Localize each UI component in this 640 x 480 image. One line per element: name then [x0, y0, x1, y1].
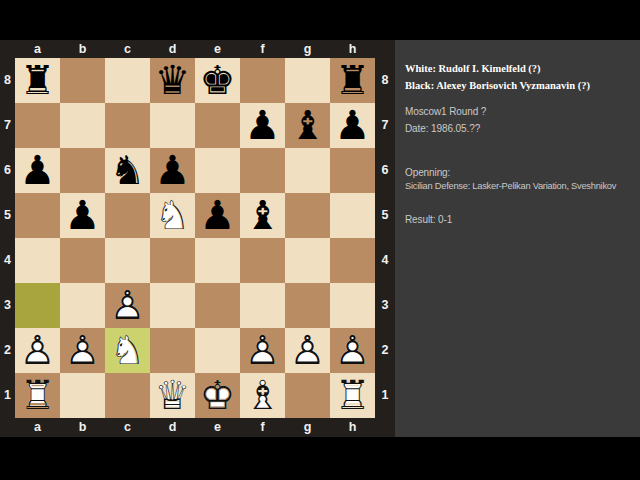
square-b4[interactable]: [60, 238, 105, 283]
file-labels-top: abcdefgh: [15, 40, 375, 58]
piece-black-pawn[interactable]: ♟: [195, 193, 240, 238]
file-label-b: b: [60, 40, 105, 58]
piece-black-rook[interactable]: ♜: [330, 58, 375, 103]
square-f7[interactable]: ♟: [240, 103, 285, 148]
square-e5[interactable]: ♟: [195, 193, 240, 238]
event-line: Moscow1 Round ?: [405, 106, 636, 117]
square-e4[interactable]: [195, 238, 240, 283]
rank-label-7: 7: [375, 103, 395, 148]
square-f1[interactable]: ♝♗: [240, 373, 285, 418]
square-a7[interactable]: [15, 103, 60, 148]
rank-label-3: 3: [375, 283, 395, 328]
square-d8[interactable]: ♛: [150, 58, 195, 103]
square-e6[interactable]: [195, 148, 240, 193]
square-c1[interactable]: [105, 373, 150, 418]
square-a6[interactable]: ♟: [15, 148, 60, 193]
square-h2[interactable]: ♟♙: [330, 328, 375, 373]
square-e2[interactable]: [195, 328, 240, 373]
square-a5[interactable]: [15, 193, 60, 238]
file-label-d: d: [150, 40, 195, 58]
file-label-a: a: [15, 418, 60, 437]
chess-board[interactable]: ♜♛♚♜♟♝♟♟♞♟♟♞♘♟♝♟♙♟♙♟♙♞♘♟♙♟♙♟♙♜♖♛♕♚♔♝♗♜♖: [15, 58, 375, 418]
letterbox-bottom: [0, 437, 640, 480]
square-a1[interactable]: ♜♖: [15, 373, 60, 418]
square-b8[interactable]: [60, 58, 105, 103]
rank-label-1: 1: [0, 373, 15, 418]
piece-black-pawn[interactable]: ♟: [150, 148, 195, 193]
piece-black-bishop[interactable]: ♝: [240, 193, 285, 238]
file-label-a: a: [15, 40, 60, 58]
square-e1[interactable]: ♚♔: [195, 373, 240, 418]
square-f5[interactable]: ♝: [240, 193, 285, 238]
rank-label-8: 8: [375, 58, 395, 103]
piece-white-pawn[interactable]: ♟♙: [105, 283, 150, 328]
square-d4[interactable]: [150, 238, 195, 283]
file-label-h: h: [330, 40, 375, 58]
rank-labels-right: 87654321: [375, 58, 395, 418]
square-g7[interactable]: ♝: [285, 103, 330, 148]
rank-label-3: 3: [0, 283, 15, 328]
square-f6[interactable]: [240, 148, 285, 193]
square-c3[interactable]: ♟♙: [105, 283, 150, 328]
opening-name: Sicilian Defense: Lasker-Pelikan Variati…: [405, 181, 636, 191]
opening-label: Openning:: [405, 167, 636, 178]
file-labels-bottom: abcdefgh: [15, 418, 375, 437]
rank-label-1: 1: [375, 373, 395, 418]
square-h4[interactable]: [330, 238, 375, 283]
game-info-panel: White: Rudolf I. Kimelfeld (?) Black: Al…: [395, 40, 640, 437]
rank-label-2: 2: [375, 328, 395, 373]
square-a2[interactable]: ♟♙: [15, 328, 60, 373]
piece-white-rook[interactable]: ♜♖: [330, 373, 375, 418]
rank-label-4: 4: [0, 238, 15, 283]
piece-black-pawn[interactable]: ♟: [15, 148, 60, 193]
square-b3[interactable]: [60, 283, 105, 328]
chess-board-frame: abcdefgh abcdefgh 87654321 87654321 ♜♛♚♜…: [0, 40, 395, 437]
square-f4[interactable]: [240, 238, 285, 283]
square-c5[interactable]: [105, 193, 150, 238]
main-content: abcdefgh abcdefgh 87654321 87654321 ♜♛♚♜…: [0, 40, 640, 437]
square-f8[interactable]: [240, 58, 285, 103]
rank-label-4: 4: [375, 238, 395, 283]
file-label-f: f: [240, 40, 285, 58]
rank-label-6: 6: [375, 148, 395, 193]
piece-black-rook[interactable]: ♜: [15, 58, 60, 103]
piece-white-pawn[interactable]: ♟♙: [240, 328, 285, 373]
piece-white-pawn[interactable]: ♟♙: [330, 328, 375, 373]
piece-white-pawn[interactable]: ♟♙: [285, 328, 330, 373]
square-c2[interactable]: ♞♘: [105, 328, 150, 373]
square-b6[interactable]: [60, 148, 105, 193]
piece-white-pawn[interactable]: ♟♙: [60, 328, 105, 373]
piece-white-queen[interactable]: ♛♕: [150, 373, 195, 418]
square-h5[interactable]: [330, 193, 375, 238]
square-f3[interactable]: [240, 283, 285, 328]
square-b7[interactable]: [60, 103, 105, 148]
file-label-g: g: [285, 418, 330, 437]
file-label-c: c: [105, 418, 150, 437]
square-e3[interactable]: [195, 283, 240, 328]
square-b1[interactable]: [60, 373, 105, 418]
square-b5[interactable]: ♟: [60, 193, 105, 238]
square-c8[interactable]: [105, 58, 150, 103]
square-d3[interactable]: [150, 283, 195, 328]
square-h6[interactable]: [330, 148, 375, 193]
square-h7[interactable]: ♟: [330, 103, 375, 148]
square-f2[interactable]: ♟♙: [240, 328, 285, 373]
square-a8[interactable]: ♜: [15, 58, 60, 103]
square-h1[interactable]: ♜♖: [330, 373, 375, 418]
square-h8[interactable]: ♜: [330, 58, 375, 103]
piece-black-pawn[interactable]: ♟: [330, 103, 375, 148]
square-g2[interactable]: ♟♙: [285, 328, 330, 373]
piece-white-rook[interactable]: ♜♖: [15, 373, 60, 418]
piece-black-knight[interactable]: ♞: [105, 148, 150, 193]
letterbox-top: [0, 0, 640, 40]
square-g6[interactable]: [285, 148, 330, 193]
rank-labels-left: 87654321: [0, 58, 15, 418]
piece-black-king[interactable]: ♚: [195, 58, 240, 103]
file-label-b: b: [60, 418, 105, 437]
rank-label-8: 8: [0, 58, 15, 103]
piece-black-bishop[interactable]: ♝: [285, 103, 330, 148]
piece-white-knight[interactable]: ♞♘: [150, 193, 195, 238]
rank-label-2: 2: [0, 328, 15, 373]
square-d6[interactable]: ♟: [150, 148, 195, 193]
app-window: abcdefgh abcdefgh 87654321 87654321 ♜♛♚♜…: [0, 0, 640, 480]
file-label-e: e: [195, 40, 240, 58]
result-line: Result: 0-1: [405, 214, 636, 225]
square-a3[interactable]: [15, 283, 60, 328]
square-d2[interactable]: [150, 328, 195, 373]
file-label-d: d: [150, 418, 195, 437]
piece-white-bishop[interactable]: ♝♗: [240, 373, 285, 418]
piece-black-pawn[interactable]: ♟: [240, 103, 285, 148]
file-label-g: g: [285, 40, 330, 58]
square-d5[interactable]: ♞♘: [150, 193, 195, 238]
square-b2[interactable]: ♟♙: [60, 328, 105, 373]
piece-white-king[interactable]: ♚♔: [195, 373, 240, 418]
piece-white-knight[interactable]: ♞♘: [105, 328, 150, 373]
rank-label-5: 5: [0, 193, 15, 238]
black-player-line: Black: Alexey Borisovich Vyzmanavin (?): [405, 80, 636, 91]
square-a4[interactable]: [15, 238, 60, 283]
rank-label-6: 6: [0, 148, 15, 193]
file-label-h: h: [330, 418, 375, 437]
square-d1[interactable]: ♛♕: [150, 373, 195, 418]
file-label-e: e: [195, 418, 240, 437]
square-h3[interactable]: [330, 283, 375, 328]
piece-white-pawn[interactable]: ♟♙: [15, 328, 60, 373]
piece-black-queen[interactable]: ♛: [150, 58, 195, 103]
square-g1[interactable]: [285, 373, 330, 418]
square-c6[interactable]: ♞: [105, 148, 150, 193]
square-c4[interactable]: [105, 238, 150, 283]
square-g4[interactable]: [285, 238, 330, 283]
square-d7[interactable]: [150, 103, 195, 148]
square-e7[interactable]: [195, 103, 240, 148]
square-g3[interactable]: [285, 283, 330, 328]
piece-black-pawn[interactable]: ♟: [60, 193, 105, 238]
file-label-f: f: [240, 418, 285, 437]
white-player-line: White: Rudolf I. Kimelfeld (?): [405, 63, 636, 74]
square-g5[interactable]: [285, 193, 330, 238]
square-c7[interactable]: [105, 103, 150, 148]
rank-label-7: 7: [0, 103, 15, 148]
rank-label-5: 5: [375, 193, 395, 238]
square-g8[interactable]: [285, 58, 330, 103]
square-e8[interactable]: ♚: [195, 58, 240, 103]
date-line: Date: 1986.05.??: [405, 123, 636, 134]
file-label-c: c: [105, 40, 150, 58]
